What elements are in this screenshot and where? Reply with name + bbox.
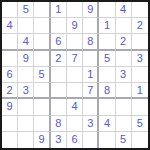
cell-r4c4[interactable]: 2 (51, 51, 67, 67)
given-digit: 5 (23, 4, 29, 15)
cell-r3c7[interactable] (99, 34, 115, 50)
cell-r7c7[interactable] (99, 99, 115, 115)
cell-r3c4[interactable]: 6 (51, 34, 67, 50)
cell-r2c3[interactable] (34, 18, 50, 34)
cell-r8c6[interactable]: 3 (83, 116, 99, 132)
given-digit: 4 (71, 101, 77, 112)
cell-r4c9[interactable]: 3 (132, 51, 148, 67)
given-digit: 6 (71, 134, 77, 145)
cell-r2c1[interactable]: 4 (2, 18, 18, 34)
cell-r8c4[interactable]: 8 (51, 116, 67, 132)
cell-r8c1[interactable] (2, 116, 18, 132)
sudoku-board: 519449124682927536513237819483459365 (0, 0, 150, 150)
cell-r9c5[interactable]: 6 (67, 132, 83, 148)
given-digit: 2 (120, 36, 126, 47)
cell-r1c5[interactable] (67, 2, 83, 18)
cell-r1c4[interactable]: 1 (51, 2, 67, 18)
cell-r7c2[interactable] (18, 99, 34, 115)
given-digit: 1 (104, 20, 110, 31)
cell-r7c8[interactable] (116, 99, 132, 115)
cell-r5c4[interactable] (51, 67, 67, 83)
cell-r1c9[interactable] (132, 2, 148, 18)
cell-r3c1[interactable] (2, 34, 18, 50)
given-digit: 3 (55, 134, 61, 145)
cell-r7c1[interactable]: 9 (2, 99, 18, 115)
cell-r3c3[interactable] (34, 34, 50, 50)
cell-r1c1[interactable] (2, 2, 18, 18)
cell-r1c3[interactable] (34, 2, 50, 18)
given-digit: 3 (23, 85, 29, 96)
cell-r9c1[interactable] (2, 132, 18, 148)
cell-r5c7[interactable] (99, 67, 115, 83)
given-digit: 6 (7, 69, 13, 80)
cell-r3c6[interactable]: 8 (83, 34, 99, 50)
cell-r6c5[interactable] (67, 83, 83, 99)
cell-r8c3[interactable] (34, 116, 50, 132)
given-digit: 4 (104, 118, 110, 129)
cell-r9c9[interactable] (132, 132, 148, 148)
cell-r6c3[interactable] (34, 83, 50, 99)
given-digit: 9 (38, 134, 44, 145)
cell-r7c6[interactable] (83, 99, 99, 115)
given-digit: 2 (55, 53, 61, 64)
given-digit: 5 (137, 118, 143, 129)
cell-r6c7[interactable]: 8 (99, 83, 115, 99)
cell-r4c1[interactable] (2, 51, 18, 67)
cell-r2c9[interactable]: 2 (132, 18, 148, 34)
given-digit: 9 (7, 101, 13, 112)
given-digit: 5 (104, 53, 110, 64)
given-digit: 2 (137, 20, 143, 31)
given-digit: 1 (87, 69, 93, 80)
given-digit: 4 (120, 4, 126, 15)
cell-r5c1[interactable]: 6 (2, 67, 18, 83)
cell-r9c8[interactable]: 5 (116, 132, 132, 148)
cell-r1c7[interactable] (99, 2, 115, 18)
cell-r7c9[interactable] (132, 99, 148, 115)
cell-r3c5[interactable] (67, 34, 83, 50)
cell-r6c9[interactable]: 1 (132, 83, 148, 99)
cell-r2c7[interactable]: 1 (99, 18, 115, 34)
given-digit: 5 (120, 134, 126, 145)
cell-r4c3[interactable] (34, 51, 50, 67)
cell-r9c7[interactable] (99, 132, 115, 148)
given-digit: 2 (7, 85, 13, 96)
cell-r5c2[interactable] (18, 67, 34, 83)
given-digit: 3 (137, 53, 143, 64)
given-digit: 1 (137, 85, 143, 96)
cell-r6c4[interactable] (51, 83, 67, 99)
cell-r3c9[interactable] (132, 34, 148, 50)
given-digit: 5 (38, 69, 44, 80)
given-digit: 8 (104, 85, 110, 96)
cell-r9c6[interactable] (83, 132, 99, 148)
cell-r2c2[interactable] (18, 18, 34, 34)
cell-r9c2[interactable] (18, 132, 34, 148)
given-digit: 4 (7, 20, 13, 31)
cell-r3c8[interactable]: 2 (116, 34, 132, 50)
cell-r2c8[interactable] (116, 18, 132, 34)
given-digit: 9 (87, 4, 93, 15)
cell-r6c2[interactable]: 3 (18, 83, 34, 99)
given-digit: 1 (55, 4, 61, 15)
given-digit: 7 (87, 85, 93, 96)
cell-r2c4[interactable] (51, 18, 67, 34)
cell-r5c8[interactable]: 3 (116, 67, 132, 83)
given-digit: 7 (71, 53, 77, 64)
cell-r5c9[interactable] (132, 67, 148, 83)
cell-r7c3[interactable] (34, 99, 50, 115)
cell-r5c5[interactable] (67, 67, 83, 83)
cell-r4c6[interactable] (83, 51, 99, 67)
cell-r1c8[interactable]: 4 (116, 2, 132, 18)
given-digit: 6 (55, 36, 61, 47)
given-digit: 9 (23, 53, 29, 64)
cell-r7c5[interactable]: 4 (67, 99, 83, 115)
cell-r9c3[interactable]: 9 (34, 132, 50, 148)
cell-r8c9[interactable]: 5 (132, 116, 148, 132)
cell-r8c8[interactable] (116, 116, 132, 132)
cell-r5c3[interactable]: 5 (34, 67, 50, 83)
cell-r2c5[interactable]: 9 (67, 18, 83, 34)
cell-r4c8[interactable] (116, 51, 132, 67)
given-digit: 9 (71, 20, 77, 31)
cell-r1c6[interactable]: 9 (83, 2, 99, 18)
cell-r2c6[interactable] (83, 18, 99, 34)
cell-r6c6[interactable]: 7 (83, 83, 99, 99)
cell-r6c1[interactable]: 2 (2, 83, 18, 99)
cell-r8c2[interactable] (18, 116, 34, 132)
cell-r5c6[interactable]: 1 (83, 67, 99, 83)
cell-r8c7[interactable]: 4 (99, 116, 115, 132)
given-digit: 4 (23, 36, 29, 47)
given-digit: 3 (120, 69, 126, 80)
cell-r1c2[interactable]: 5 (18, 2, 34, 18)
cell-r6c8[interactable] (116, 83, 132, 99)
cell-r7c4[interactable] (51, 99, 67, 115)
cell-r9c4[interactable]: 3 (51, 132, 67, 148)
given-digit: 8 (87, 36, 93, 47)
cell-r4c2[interactable]: 9 (18, 51, 34, 67)
cell-r4c7[interactable]: 5 (99, 51, 115, 67)
given-digit: 3 (87, 118, 93, 129)
cell-r4c5[interactable]: 7 (67, 51, 83, 67)
given-digit: 8 (55, 118, 61, 129)
cell-r3c2[interactable]: 4 (18, 34, 34, 50)
cell-r8c5[interactable] (67, 116, 83, 132)
